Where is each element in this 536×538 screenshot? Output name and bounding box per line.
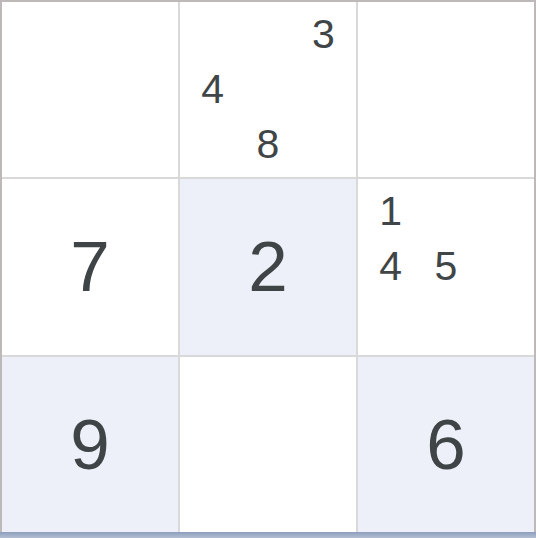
cell-value: 2 — [180, 179, 356, 354]
cell-r1c1[interactable] — [2, 2, 178, 177]
note-digit: 3 — [296, 7, 351, 62]
cell-r1c3[interactable] — [358, 2, 534, 177]
note-digit — [240, 7, 295, 62]
cell-r2c3[interactable]: 1 4 5 — [358, 179, 534, 354]
note-digit — [185, 7, 240, 62]
note-digit — [296, 62, 351, 117]
note-digit — [296, 117, 351, 172]
cell-value: 9 — [2, 357, 178, 532]
note-digit: 5 — [418, 239, 473, 294]
cell-value: 6 — [358, 357, 534, 532]
sudoku-board-wrapper: 3 4 8 7 2 1 4 5 — [0, 0, 536, 538]
cell-r3c3[interactable]: 6 — [358, 357, 534, 532]
note-digit: 1 — [363, 184, 418, 239]
cell-r3c2[interactable] — [180, 357, 356, 532]
cell-r1c2[interactable]: 3 4 8 — [180, 2, 356, 177]
pencil-notes: 3 4 8 — [185, 7, 351, 172]
note-digit — [185, 117, 240, 172]
cell-value — [180, 357, 356, 532]
thick-box-divider — [0, 532, 536, 538]
cell-value — [2, 2, 178, 177]
cell-value — [358, 2, 534, 177]
cell-r3c1[interactable]: 9 — [2, 357, 178, 532]
note-digit — [418, 295, 473, 350]
note-digit — [474, 239, 529, 294]
note-digit — [418, 184, 473, 239]
note-digit: 4 — [185, 62, 240, 117]
sudoku-board: 3 4 8 7 2 1 4 5 — [0, 0, 536, 532]
note-digit — [474, 295, 529, 350]
cell-r2c1[interactable]: 7 — [2, 179, 178, 354]
note-digit: 4 — [363, 239, 418, 294]
note-digit — [363, 295, 418, 350]
cell-r2c2[interactable]: 2 — [180, 179, 356, 354]
cell-value: 7 — [2, 179, 178, 354]
note-digit — [474, 184, 529, 239]
note-digit: 8 — [240, 117, 295, 172]
note-digit — [240, 62, 295, 117]
pencil-notes: 1 4 5 — [363, 184, 529, 349]
